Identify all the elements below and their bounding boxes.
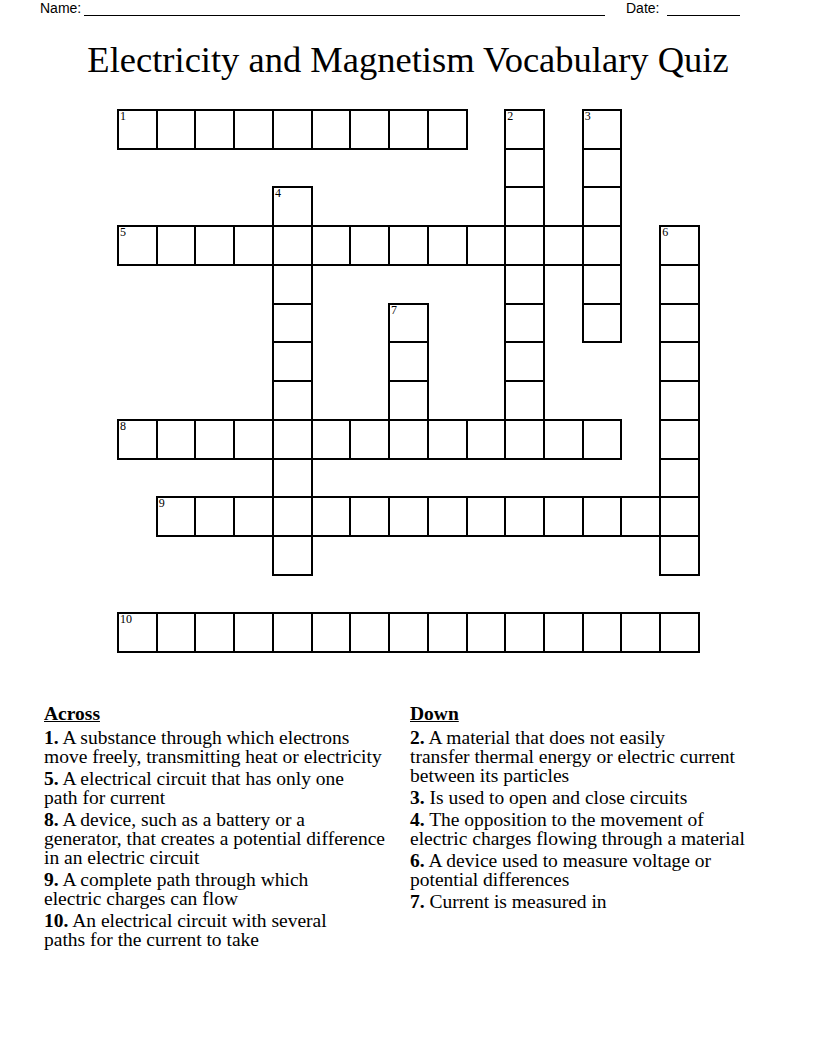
grid-cell-r0c0[interactable]: 1 bbox=[117, 109, 158, 150]
grid-cell-r3c3[interactable] bbox=[233, 225, 274, 266]
across-clue-5: 5. A electrical circuit that has only on… bbox=[44, 769, 416, 807]
clue-number: 1. bbox=[44, 727, 59, 748]
grid-cell-r3c1[interactable] bbox=[156, 225, 197, 266]
date-label: Date: bbox=[626, 0, 659, 16]
grid-cell-r0c12[interactable]: 3 bbox=[582, 109, 623, 150]
down-clue-7: 7. Current is measured in bbox=[410, 892, 792, 911]
grid-cell-r10c14[interactable] bbox=[659, 496, 700, 537]
grid-cell-r0c3[interactable] bbox=[233, 109, 274, 150]
cell-number: 6 bbox=[662, 226, 668, 239]
grid-cell-r13c11[interactable] bbox=[543, 612, 584, 653]
clue-text: A material that does not easily transfer… bbox=[410, 727, 735, 786]
grid-cell-r13c9[interactable] bbox=[466, 612, 507, 653]
grid-cell-r5c4[interactable] bbox=[272, 303, 313, 344]
grid-cell-r4c14[interactable] bbox=[659, 264, 700, 305]
down-clue-3: 3. Is used to open and close circuits bbox=[410, 788, 792, 807]
grid-cell-r13c2[interactable] bbox=[194, 612, 235, 653]
grid-cell-r8c5[interactable] bbox=[311, 419, 352, 460]
across-clue-list: 1. A substance through which electrons m… bbox=[44, 728, 416, 949]
grid-cell-r13c0[interactable]: 10 bbox=[117, 612, 158, 653]
cell-number: 4 bbox=[275, 187, 281, 200]
grid-cell-r9c4[interactable] bbox=[272, 458, 313, 499]
across-clue-1: 1. A substance through which electrons m… bbox=[44, 728, 416, 766]
grid-cell-r3c2[interactable] bbox=[194, 225, 235, 266]
grid-cell-r4c10[interactable] bbox=[504, 264, 545, 305]
grid-cell-r13c8[interactable] bbox=[427, 612, 468, 653]
date-line bbox=[667, 0, 740, 16]
grid-cell-r10c4[interactable] bbox=[272, 496, 313, 537]
grid-cell-r4c12[interactable] bbox=[582, 264, 623, 305]
grid-cell-r4c4[interactable] bbox=[272, 264, 313, 305]
across-clue-8: 8. A device, such as a battery or a gene… bbox=[44, 810, 416, 867]
clue-text: A electrical circuit that has only one p… bbox=[44, 768, 344, 808]
grid-cell-r5c10[interactable] bbox=[504, 303, 545, 344]
grid-cell-r8c14[interactable] bbox=[659, 419, 700, 460]
grid-cell-r3c8[interactable] bbox=[427, 225, 468, 266]
grid-cell-r0c2[interactable] bbox=[194, 109, 235, 150]
grid-cell-r0c4[interactable] bbox=[272, 109, 313, 150]
page-title: Electricity and Magnetism Vocabulary Qui… bbox=[0, 39, 816, 81]
grid-cell-r5c14[interactable] bbox=[659, 303, 700, 344]
clue-number: 9. bbox=[44, 869, 59, 890]
grid-cell-r13c13[interactable] bbox=[620, 612, 661, 653]
cell-number: 2 bbox=[507, 110, 513, 123]
grid-cell-r3c14[interactable]: 6 bbox=[659, 225, 700, 266]
grid-cell-r8c4[interactable] bbox=[272, 419, 313, 460]
grid-cell-r3c9[interactable] bbox=[466, 225, 507, 266]
grid-cell-r7c14[interactable] bbox=[659, 380, 700, 421]
grid-cell-r10c2[interactable] bbox=[194, 496, 235, 537]
grid-cell-r3c10[interactable] bbox=[504, 225, 545, 266]
grid-cell-r5c7[interactable]: 7 bbox=[388, 303, 429, 344]
grid-cell-r13c12[interactable] bbox=[582, 612, 623, 653]
grid-cell-r10c11[interactable] bbox=[543, 496, 584, 537]
clue-number: 6. bbox=[410, 850, 425, 871]
grid-cell-r13c14[interactable] bbox=[659, 612, 700, 653]
grid-cell-r10c1[interactable]: 9 bbox=[156, 496, 197, 537]
cell-number: 10 bbox=[120, 613, 132, 626]
grid-cell-r11c14[interactable] bbox=[659, 535, 700, 576]
across-clue-9: 9. A complete path through which electri… bbox=[44, 870, 416, 908]
down-clue-4: 4. The opposition to the movement of ele… bbox=[410, 810, 792, 848]
grid-cell-r10c6[interactable] bbox=[349, 496, 390, 537]
grid-cell-r3c4[interactable] bbox=[272, 225, 313, 266]
grid-cell-r8c12[interactable] bbox=[582, 419, 623, 460]
grid-cell-r10c9[interactable] bbox=[466, 496, 507, 537]
grid-cell-r13c10[interactable] bbox=[504, 612, 545, 653]
cell-number: 1 bbox=[120, 110, 126, 123]
clue-text: A substance through which electrons move… bbox=[44, 727, 382, 767]
grid-cell-r6c7[interactable] bbox=[388, 341, 429, 382]
grid-cell-r13c6[interactable] bbox=[349, 612, 390, 653]
cell-number: 3 bbox=[585, 110, 591, 123]
grid-cell-r0c6[interactable] bbox=[349, 109, 390, 150]
cell-number: 7 bbox=[391, 304, 397, 317]
cell-number: 8 bbox=[120, 420, 126, 433]
across-column: Across 1. A substance through which elec… bbox=[44, 704, 416, 952]
clue-number: 10. bbox=[44, 910, 68, 931]
clue-text: A device, such as a battery or a generat… bbox=[44, 809, 385, 868]
grid-cell-r0c1[interactable] bbox=[156, 109, 197, 150]
cell-number: 9 bbox=[159, 497, 165, 510]
across-heading: Across bbox=[44, 704, 416, 723]
name-line bbox=[84, 0, 605, 16]
grid-cell-r8c10[interactable] bbox=[504, 419, 545, 460]
grid-cell-r13c3[interactable] bbox=[233, 612, 274, 653]
grid-cell-r8c8[interactable] bbox=[427, 419, 468, 460]
grid-cell-r10c10[interactable] bbox=[504, 496, 545, 537]
grid-cell-r8c0[interactable]: 8 bbox=[117, 419, 158, 460]
cell-number: 5 bbox=[120, 226, 126, 239]
grid-cell-r7c10[interactable] bbox=[504, 380, 545, 421]
grid-cell-r0c7[interactable] bbox=[388, 109, 429, 150]
clue-number: 3. bbox=[410, 787, 425, 808]
grid-cell-r3c6[interactable] bbox=[349, 225, 390, 266]
grid-cell-r0c10[interactable]: 2 bbox=[504, 109, 545, 150]
grid-cell-r6c10[interactable] bbox=[504, 341, 545, 382]
grid-cell-r8c7[interactable] bbox=[388, 419, 429, 460]
grid-cell-r5c12[interactable] bbox=[582, 303, 623, 344]
grid-cell-r13c4[interactable] bbox=[272, 612, 313, 653]
grid-cell-r3c5[interactable] bbox=[311, 225, 352, 266]
clue-text: A complete path through which electric c… bbox=[44, 869, 308, 909]
grid-cell-r2c12[interactable] bbox=[582, 186, 623, 227]
grid-cell-r10c12[interactable] bbox=[582, 496, 623, 537]
clue-number: 7. bbox=[410, 891, 425, 912]
grid-cell-r10c3[interactable] bbox=[233, 496, 274, 537]
grid-cell-r0c8[interactable] bbox=[427, 109, 468, 150]
clue-text: A device used to measure voltage or pote… bbox=[410, 850, 711, 890]
across-clue-10: 10. An electrical circuit with several p… bbox=[44, 911, 416, 949]
grid-cell-r2c10[interactable] bbox=[504, 186, 545, 227]
grid-cell-r1c10[interactable] bbox=[504, 148, 545, 189]
grid-cell-r0c5[interactable] bbox=[311, 109, 352, 150]
clue-number: 4. bbox=[410, 809, 425, 830]
clue-number: 2. bbox=[410, 727, 425, 748]
grid-cell-r11c4[interactable] bbox=[272, 535, 313, 576]
down-column: Down 2. A material that does not easily … bbox=[410, 704, 792, 914]
clue-text: The opposition to the movement of electr… bbox=[410, 809, 745, 849]
grid-cell-r10c7[interactable] bbox=[388, 496, 429, 537]
grid-cell-r13c5[interactable] bbox=[311, 612, 352, 653]
grid-cell-r6c14[interactable] bbox=[659, 341, 700, 382]
grid-cell-r13c7[interactable] bbox=[388, 612, 429, 653]
down-heading: Down bbox=[410, 704, 792, 723]
clue-text: An electrical circuit with several paths… bbox=[44, 910, 327, 950]
grid-cell-r10c8[interactable] bbox=[427, 496, 468, 537]
name-label: Name: bbox=[40, 0, 81, 16]
grid-cell-r8c2[interactable] bbox=[194, 419, 235, 460]
grid-cell-r8c6[interactable] bbox=[349, 419, 390, 460]
grid-cell-r3c11[interactable] bbox=[543, 225, 584, 266]
clue-text: Is used to open and close circuits bbox=[425, 787, 688, 808]
down-clue-6: 6. A device used to measure voltage or p… bbox=[410, 851, 792, 889]
grid-cell-r8c1[interactable] bbox=[156, 419, 197, 460]
grid-cell-r8c9[interactable] bbox=[466, 419, 507, 460]
grid-cell-r8c11[interactable] bbox=[543, 419, 584, 460]
grid-cell-r3c7[interactable] bbox=[388, 225, 429, 266]
grid-cell-r3c12[interactable] bbox=[582, 225, 623, 266]
grid-cell-r13c1[interactable] bbox=[156, 612, 197, 653]
grid-cell-r10c13[interactable] bbox=[620, 496, 661, 537]
grid-cell-r6c4[interactable] bbox=[272, 341, 313, 382]
grid-cell-r8c3[interactable] bbox=[233, 419, 274, 460]
grid-cell-r9c14[interactable] bbox=[659, 458, 700, 499]
clue-text: Current is measured in bbox=[425, 891, 607, 912]
grid-cell-r7c7[interactable] bbox=[388, 380, 429, 421]
grid-cell-r3c0[interactable]: 5 bbox=[117, 225, 158, 266]
grid-cell-r2c4[interactable]: 4 bbox=[272, 186, 313, 227]
grid-cell-r7c4[interactable] bbox=[272, 380, 313, 421]
down-clue-list: 2. A material that does not easily trans… bbox=[410, 728, 792, 911]
grid-cell-r10c5[interactable] bbox=[311, 496, 352, 537]
grid-cell-r1c12[interactable] bbox=[582, 148, 623, 189]
clue-number: 8. bbox=[44, 809, 59, 830]
down-clue-2: 2. A material that does not easily trans… bbox=[410, 728, 792, 785]
clue-number: 5. bbox=[44, 768, 59, 789]
